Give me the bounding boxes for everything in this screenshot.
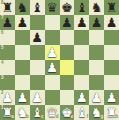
square-f5[interactable]: [74, 45, 89, 60]
square-h1[interactable]: h♜: [104, 105, 119, 120]
square-f7[interactable]: ♟: [74, 15, 89, 30]
square-h4[interactable]: [104, 60, 119, 75]
square-b5[interactable]: [15, 45, 30, 60]
square-g1[interactable]: g♞: [89, 105, 104, 120]
square-b8[interactable]: ♞: [15, 0, 30, 15]
square-e5[interactable]: [60, 45, 75, 60]
square-h7[interactable]: ♟: [104, 15, 119, 30]
white-bishop[interactable]: ♝: [76, 106, 88, 119]
square-g7[interactable]: ♟: [89, 15, 104, 30]
square-c6[interactable]: ♟: [30, 30, 45, 45]
square-e6[interactable]: [60, 30, 75, 45]
square-b6[interactable]: [15, 30, 30, 45]
square-b7[interactable]: ♟: [15, 15, 30, 30]
square-f3[interactable]: [74, 75, 89, 90]
white-pawn[interactable]: ♟: [31, 91, 43, 104]
square-a7[interactable]: 7♟: [0, 15, 15, 30]
square-g6[interactable]: [89, 30, 104, 45]
white-bishop[interactable]: ♝: [31, 106, 43, 119]
square-c4[interactable]: [30, 60, 45, 75]
rank-label-4: 4: [1, 61, 4, 66]
square-g8[interactable]: ♞: [89, 0, 104, 15]
square-a1[interactable]: 1a♜: [0, 105, 15, 120]
white-knight[interactable]: ♞: [16, 106, 28, 119]
square-a3[interactable]: 3: [0, 75, 15, 90]
square-g3[interactable]: [89, 75, 104, 90]
square-a8[interactable]: 8♜: [0, 0, 15, 15]
white-knight[interactable]: ♞: [91, 106, 103, 119]
black-queen[interactable]: ♛: [46, 1, 58, 14]
square-d1[interactable]: d♛: [45, 105, 60, 120]
black-rook[interactable]: ♜: [106, 1, 118, 14]
white-pawn[interactable]: ♟: [46, 46, 58, 59]
white-pawn[interactable]: ♟: [76, 91, 88, 104]
square-g4[interactable]: [89, 60, 104, 75]
square-d2[interactable]: [45, 90, 60, 105]
black-pawn[interactable]: ♟: [91, 16, 103, 29]
square-f8[interactable]: ♝: [74, 0, 89, 15]
white-king[interactable]: ♚: [61, 106, 73, 119]
white-pawn[interactable]: ♟: [2, 91, 14, 104]
black-pawn[interactable]: ♟: [106, 16, 118, 29]
square-g5[interactable]: [89, 45, 104, 60]
black-pawn[interactable]: ♟: [2, 16, 14, 29]
square-e8[interactable]: ♚: [60, 0, 75, 15]
square-a6[interactable]: 6: [0, 30, 15, 45]
square-h5[interactable]: [104, 45, 119, 60]
square-c5[interactable]: [30, 45, 45, 60]
square-d8[interactable]: ♛: [45, 0, 60, 15]
square-e1[interactable]: e♚: [60, 105, 75, 120]
black-pawn[interactable]: ♟: [16, 16, 28, 29]
black-bishop[interactable]: ♝: [31, 1, 43, 14]
white-pawn[interactable]: ♟: [106, 91, 118, 104]
square-d5[interactable]: ♟: [45, 45, 60, 60]
rank-label-5: 5: [1, 46, 4, 51]
white-pawn[interactable]: ♟: [16, 91, 28, 104]
square-c1[interactable]: c♝: [30, 105, 45, 120]
square-a4[interactable]: 4: [0, 60, 15, 75]
square-d3[interactable]: [45, 75, 60, 90]
black-pawn[interactable]: ♟: [76, 16, 88, 29]
square-f2[interactable]: ♟: [74, 90, 89, 105]
black-pawn[interactable]: ♟: [61, 16, 73, 29]
square-b1[interactable]: b♞: [15, 105, 30, 120]
square-c2[interactable]: ♟: [30, 90, 45, 105]
square-b4[interactable]: [15, 60, 30, 75]
square-a5[interactable]: 5: [0, 45, 15, 60]
square-e3[interactable]: [60, 75, 75, 90]
square-c8[interactable]: ♝: [30, 0, 45, 15]
square-f1[interactable]: f♝: [74, 105, 89, 120]
black-pawn[interactable]: ♟: [31, 31, 43, 44]
square-e7[interactable]: ♟: [60, 15, 75, 30]
white-queen[interactable]: ♛: [46, 106, 58, 119]
black-king[interactable]: ♚: [61, 1, 73, 14]
square-c7[interactable]: [30, 15, 45, 30]
square-b3[interactable]: [15, 75, 30, 90]
square-a2[interactable]: 2♟: [0, 90, 15, 105]
square-d7[interactable]: [45, 15, 60, 30]
square-h2[interactable]: ♟: [104, 90, 119, 105]
square-e2[interactable]: [60, 90, 75, 105]
square-f6[interactable]: [74, 30, 89, 45]
black-knight[interactable]: ♞: [91, 1, 103, 14]
white-pawn[interactable]: ♟: [91, 91, 103, 104]
square-c3[interactable]: [30, 75, 45, 90]
square-d6[interactable]: [45, 30, 60, 45]
square-h6[interactable]: [104, 30, 119, 45]
chess-board: 8♜♞♝♛♚♝♞♜7♟♟♟♟♟♟6♟5♟4♟32♟♟♟♟♟♟1a♜b♞c♝d♛e…: [0, 0, 119, 120]
rank-label-6: 6: [1, 31, 4, 36]
square-e4[interactable]: [60, 60, 75, 75]
square-g2[interactable]: ♟: [89, 90, 104, 105]
black-knight[interactable]: ♞: [16, 1, 28, 14]
black-bishop[interactable]: ♝: [76, 1, 88, 14]
square-b2[interactable]: ♟: [15, 90, 30, 105]
white-pawn[interactable]: ♟: [46, 61, 58, 74]
black-rook[interactable]: ♜: [2, 1, 14, 14]
square-h3[interactable]: [104, 75, 119, 90]
square-f4[interactable]: [74, 60, 89, 75]
square-h8[interactable]: ♜: [104, 0, 119, 15]
rank-label-3: 3: [1, 76, 4, 81]
white-rook[interactable]: ♜: [2, 106, 14, 119]
square-d4[interactable]: ♟: [45, 60, 60, 75]
white-rook[interactable]: ♜: [106, 106, 118, 119]
